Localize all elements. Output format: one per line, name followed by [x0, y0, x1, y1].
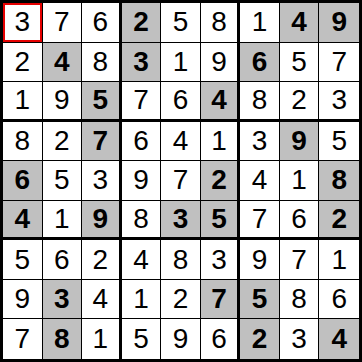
cell-r8c1[interactable]: 9	[3, 280, 43, 320]
cell-r6c7[interactable]: 7	[240, 201, 280, 241]
cell-r1c8[interactable]: 4	[280, 3, 320, 43]
cell-r9c6[interactable]: 6	[201, 319, 241, 359]
cell-r8c4[interactable]: 1	[122, 280, 162, 320]
cell-r5c7[interactable]: 4	[240, 161, 280, 201]
cell-r2c1[interactable]: 2	[3, 43, 43, 83]
cell-r1c4[interactable]: 2	[122, 3, 162, 43]
cell-r4c8[interactable]: 9	[280, 122, 320, 162]
cell-r7c2[interactable]: 6	[43, 240, 83, 280]
cell-r7c3[interactable]: 2	[82, 240, 122, 280]
cell-r5c9[interactable]: 8	[319, 161, 359, 201]
cell-r1c6[interactable]: 8	[201, 3, 241, 43]
cell-r8c7[interactable]: 5	[240, 280, 280, 320]
cell-r5c6[interactable]: 2	[201, 161, 241, 201]
cell-r7c8[interactable]: 7	[280, 240, 320, 280]
cell-r7c6[interactable]: 3	[201, 240, 241, 280]
sudoku-board: 3762581492483196571957648238276413956539…	[0, 0, 362, 362]
cell-r6c9[interactable]: 2	[319, 201, 359, 241]
cell-r8c9[interactable]: 6	[319, 280, 359, 320]
cell-r6c3[interactable]: 9	[82, 201, 122, 241]
cell-r8c2[interactable]: 3	[43, 280, 83, 320]
cell-r4c2[interactable]: 2	[43, 122, 83, 162]
cell-r9c2[interactable]: 8	[43, 319, 83, 359]
cell-r5c2[interactable]: 5	[43, 161, 83, 201]
cell-r5c3[interactable]: 3	[82, 161, 122, 201]
cell-r9c5[interactable]: 9	[161, 319, 201, 359]
cell-r1c1[interactable]: 3	[3, 3, 43, 43]
cell-r6c1[interactable]: 4	[3, 201, 43, 241]
cell-r1c9[interactable]: 9	[319, 3, 359, 43]
cell-r6c6[interactable]: 5	[201, 201, 241, 241]
cell-r3c4[interactable]: 7	[122, 82, 162, 122]
cell-r8c5[interactable]: 2	[161, 280, 201, 320]
cell-r8c3[interactable]: 4	[82, 280, 122, 320]
cell-r5c4[interactable]: 9	[122, 161, 162, 201]
cell-r2c2[interactable]: 4	[43, 43, 83, 83]
cell-r4c3[interactable]: 7	[82, 122, 122, 162]
cell-r3c9[interactable]: 3	[319, 82, 359, 122]
cell-r2c3[interactable]: 8	[82, 43, 122, 83]
cell-r3c2[interactable]: 9	[43, 82, 83, 122]
cell-r9c8[interactable]: 3	[280, 319, 320, 359]
cell-r7c7[interactable]: 9	[240, 240, 280, 280]
cell-r6c5[interactable]: 3	[161, 201, 201, 241]
cell-r7c5[interactable]: 8	[161, 240, 201, 280]
cell-r4c4[interactable]: 6	[122, 122, 162, 162]
cell-r3c3[interactable]: 5	[82, 82, 122, 122]
cell-r4c6[interactable]: 1	[201, 122, 241, 162]
cell-r9c7[interactable]: 2	[240, 319, 280, 359]
cell-r4c5[interactable]: 4	[161, 122, 201, 162]
cell-r5c1[interactable]: 6	[3, 161, 43, 201]
cell-r6c2[interactable]: 1	[43, 201, 83, 241]
cell-r5c8[interactable]: 1	[280, 161, 320, 201]
cell-r5c5[interactable]: 7	[161, 161, 201, 201]
cell-r9c4[interactable]: 5	[122, 319, 162, 359]
cell-r2c5[interactable]: 1	[161, 43, 201, 83]
cell-r2c9[interactable]: 7	[319, 43, 359, 83]
cell-r4c9[interactable]: 5	[319, 122, 359, 162]
cell-r3c5[interactable]: 6	[161, 82, 201, 122]
cell-r4c7[interactable]: 3	[240, 122, 280, 162]
cell-r4c1[interactable]: 8	[3, 122, 43, 162]
cell-r7c1[interactable]: 5	[3, 240, 43, 280]
cell-r8c6[interactable]: 7	[201, 280, 241, 320]
cell-r2c4[interactable]: 3	[122, 43, 162, 83]
cell-r7c9[interactable]: 1	[319, 240, 359, 280]
cell-r6c4[interactable]: 8	[122, 201, 162, 241]
cell-r1c5[interactable]: 5	[161, 3, 201, 43]
cell-r3c1[interactable]: 1	[3, 82, 43, 122]
cell-r2c6[interactable]: 9	[201, 43, 241, 83]
cell-r1c3[interactable]: 6	[82, 3, 122, 43]
cell-r1c7[interactable]: 1	[240, 3, 280, 43]
cell-r9c9[interactable]: 4	[319, 319, 359, 359]
cell-r6c8[interactable]: 6	[280, 201, 320, 241]
cell-r3c7[interactable]: 8	[240, 82, 280, 122]
cell-r3c6[interactable]: 4	[201, 82, 241, 122]
cell-r1c2[interactable]: 7	[43, 3, 83, 43]
cell-r7c4[interactable]: 4	[122, 240, 162, 280]
cell-r9c1[interactable]: 7	[3, 319, 43, 359]
cell-r3c8[interactable]: 2	[280, 82, 320, 122]
cell-r8c8[interactable]: 8	[280, 280, 320, 320]
cell-r2c7[interactable]: 6	[240, 43, 280, 83]
cell-r2c8[interactable]: 5	[280, 43, 320, 83]
cell-r9c3[interactable]: 1	[82, 319, 122, 359]
